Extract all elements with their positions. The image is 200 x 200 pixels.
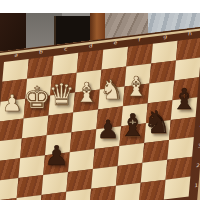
white-king-b6: ♚ [23, 80, 50, 115]
white-pawn-a6: ♟ [2, 90, 23, 116]
black-knight-g4: ♞ [144, 103, 172, 139]
pieces-layer: ♟♚♛♝♞♝♝♟♝♞♟ [0, 13, 200, 200]
photo-frame: aabbccddeeffgghh8877665544332211 ♟♚♛♝♞♝♝… [0, 0, 200, 200]
photo-area: aabbccddeeffgghh8877665544332211 ♟♚♛♝♞♝♝… [0, 13, 200, 200]
white-knight-e6: ♞ [99, 74, 123, 105]
white-bishop-d6: ♝ [74, 77, 98, 108]
black-pawn-c3: ♟ [44, 139, 68, 170]
black-bishop-f4: ♝ [119, 107, 147, 143]
white-queen-c6: ♛ [48, 77, 75, 112]
black-pawn-e4: ♟ [97, 115, 119, 144]
black-bishop-h5: ♝ [171, 82, 197, 116]
white-bishop-f6: ♝ [124, 71, 148, 102]
